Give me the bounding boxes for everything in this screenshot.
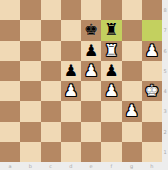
square-b8[interactable] [20,0,40,20]
chessboard-widget: ♚♜♟♜♟♟♟♟♟♟♚♟ 87654321 abcdefgh [0,0,168,170]
square-h3[interactable] [142,101,162,121]
piece-black-pawn[interactable]: ♟ [64,61,78,81]
piece-white-king[interactable]: ♚ [145,81,159,101]
file-label-f: f [101,162,121,170]
rank-label-8: 8 [162,0,168,20]
square-d3[interactable] [61,101,81,121]
square-g5[interactable] [122,61,142,81]
file-label-h: h [142,162,162,170]
square-f1[interactable] [101,142,121,162]
square-a6[interactable] [0,41,20,61]
rank-label-7: 7 [162,20,168,40]
square-h8[interactable] [142,0,162,20]
square-b4[interactable] [20,81,40,101]
square-b3[interactable] [20,101,40,121]
square-e7[interactable]: ♚ [81,20,101,40]
chess-board: ♚♜♟♜♟♟♟♟♟♟♚♟ [0,0,162,162]
square-g1[interactable] [122,142,142,162]
square-c3[interactable] [41,101,61,121]
square-a5[interactable] [0,61,20,81]
piece-white-pawn[interactable]: ♟ [145,41,159,61]
square-h7[interactable] [142,20,162,40]
square-c1[interactable] [41,142,61,162]
square-g3[interactable]: ♟ [122,101,142,121]
square-d2[interactable] [61,122,81,142]
rank-coordinates: 87654321 [162,0,168,162]
square-c4[interactable] [41,81,61,101]
square-e4[interactable] [81,81,101,101]
piece-white-pawn[interactable]: ♟ [64,81,78,101]
square-a4[interactable] [0,81,20,101]
square-c2[interactable] [41,122,61,142]
square-g8[interactable] [122,0,142,20]
square-f6[interactable]: ♜ [101,41,121,61]
file-label-c: c [41,162,61,170]
file-label-a: a [0,162,20,170]
square-f7[interactable]: ♜ [101,20,121,40]
square-f3[interactable] [101,101,121,121]
square-h5[interactable] [142,61,162,81]
square-b5[interactable] [20,61,40,81]
square-h1[interactable] [142,142,162,162]
square-a1[interactable] [0,142,20,162]
square-e8[interactable] [81,0,101,20]
file-coordinates: abcdefgh [0,162,162,170]
piece-black-pawn[interactable]: ♟ [104,61,118,81]
piece-white-rook[interactable]: ♜ [104,41,118,61]
piece-black-king[interactable]: ♚ [84,20,98,40]
rank-label-3: 3 [162,101,168,121]
square-a8[interactable] [0,0,20,20]
file-label-g: g [122,162,142,170]
square-e2[interactable] [81,122,101,142]
square-a2[interactable] [0,122,20,142]
square-b1[interactable] [20,142,40,162]
square-e5[interactable]: ♟ [81,61,101,81]
square-f4[interactable]: ♟ [101,81,121,101]
square-c7[interactable] [41,20,61,40]
square-c5[interactable] [41,61,61,81]
square-d6[interactable] [61,41,81,61]
square-g2[interactable] [122,122,142,142]
square-e1[interactable] [81,142,101,162]
rank-label-2: 2 [162,122,168,142]
file-label-d: d [61,162,81,170]
square-e6[interactable]: ♟ [81,41,101,61]
square-f8[interactable] [101,0,121,20]
square-c8[interactable] [41,0,61,20]
square-g4[interactable] [122,81,142,101]
piece-black-rook[interactable]: ♜ [104,20,118,40]
square-e3[interactable] [81,101,101,121]
square-h2[interactable] [142,122,162,142]
square-c6[interactable] [41,41,61,61]
square-a3[interactable] [0,101,20,121]
square-b6[interactable] [20,41,40,61]
square-d8[interactable] [61,0,81,20]
square-h4[interactable]: ♚ [142,81,162,101]
square-d5[interactable]: ♟ [61,61,81,81]
square-f2[interactable] [101,122,121,142]
piece-white-pawn[interactable]: ♟ [104,81,118,101]
rank-label-6: 6 [162,41,168,61]
square-h6[interactable]: ♟ [142,41,162,61]
rank-label-5: 5 [162,61,168,81]
square-d7[interactable] [61,20,81,40]
square-a7[interactable] [0,20,20,40]
square-g6[interactable] [122,41,142,61]
square-d4[interactable]: ♟ [61,81,81,101]
file-label-b: b [20,162,40,170]
square-f5[interactable]: ♟ [101,61,121,81]
square-b7[interactable] [20,20,40,40]
square-b2[interactable] [20,122,40,142]
rank-label-1: 1 [162,142,168,162]
square-g7[interactable] [122,20,142,40]
square-d1[interactable] [61,142,81,162]
piece-white-pawn[interactable]: ♟ [124,101,138,121]
piece-white-pawn[interactable]: ♟ [84,61,98,81]
piece-black-pawn[interactable]: ♟ [84,41,98,61]
rank-label-4: 4 [162,81,168,101]
file-label-e: e [81,162,101,170]
